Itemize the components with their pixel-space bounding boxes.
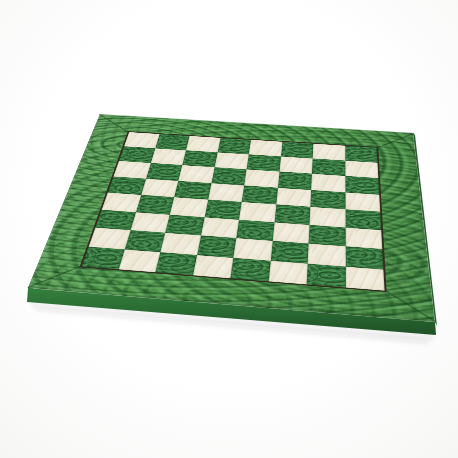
frame-mitre-seam (27, 265, 82, 288)
square-c1[interactable] (155, 252, 196, 275)
square-g1[interactable] (307, 263, 346, 287)
square-d1[interactable] (193, 255, 234, 279)
board-photo (0, 0, 458, 458)
square-e1[interactable] (230, 258, 270, 282)
frame-mitre-seam (99, 114, 130, 133)
square-b1[interactable] (118, 249, 160, 272)
chessboard (28, 114, 435, 322)
square-a1[interactable] (82, 246, 125, 269)
frame-mitre-seam (376, 133, 414, 148)
playing-field (79, 131, 386, 292)
square-f1[interactable] (268, 261, 307, 285)
square-h1[interactable] (345, 266, 384, 290)
frame-mitre-seam (384, 290, 436, 322)
